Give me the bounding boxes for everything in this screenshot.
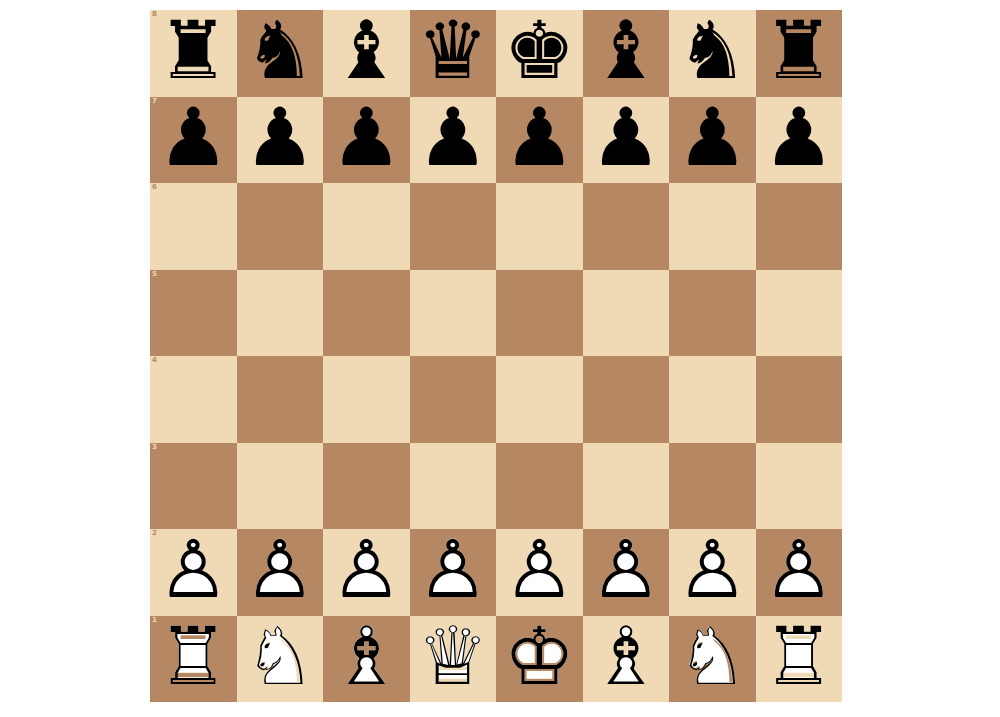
black-pawn-glyph: ♟ [330, 98, 402, 178]
piece-white-pawn[interactable]: ♟♙ [583, 529, 670, 616]
square-c6[interactable] [323, 183, 410, 270]
square-b3[interactable] [237, 443, 324, 530]
square-h3[interactable] [756, 443, 843, 530]
black-king-glyph: ♚ [503, 12, 575, 92]
square-g5[interactable] [669, 270, 756, 357]
square-h4[interactable] [756, 356, 843, 443]
piece-white-pawn[interactable]: ♟♙ [669, 529, 756, 616]
square-d5[interactable] [410, 270, 497, 357]
black-bishop-glyph: ♝ [590, 12, 662, 92]
square-f6[interactable] [583, 183, 670, 270]
piece-black-knight[interactable]: ♞ [669, 10, 756, 97]
black-knight-glyph: ♞ [244, 12, 316, 92]
piece-white-bishop[interactable]: ♝♗ [583, 616, 670, 703]
black-pawn-glyph: ♟ [590, 98, 662, 178]
square-a6[interactable]: 6 [150, 183, 237, 270]
piece-white-bishop[interactable]: ♝♗ [323, 616, 410, 703]
square-e7[interactable]: ♟ [496, 97, 583, 184]
square-h1[interactable]: ♜♖ [756, 616, 843, 703]
square-a3[interactable]: 3 [150, 443, 237, 530]
white-king-outline-glyph: ♔ [503, 617, 575, 697]
black-bishop-glyph: ♝ [330, 12, 402, 92]
piece-white-queen[interactable]: ♛♕ [410, 616, 497, 703]
piece-white-knight[interactable]: ♞♘ [669, 616, 756, 703]
square-e8[interactable]: ♚ [496, 10, 583, 97]
white-rook-outline-glyph: ♖ [763, 617, 835, 697]
piece-white-rook[interactable]: ♜♖ [756, 616, 843, 703]
white-knight-outline-glyph: ♘ [244, 617, 316, 697]
square-g6[interactable] [669, 183, 756, 270]
square-e3[interactable] [496, 443, 583, 530]
square-e4[interactable] [496, 356, 583, 443]
black-pawn-glyph: ♟ [503, 98, 575, 178]
piece-black-rook[interactable]: ♜ [150, 10, 237, 97]
white-bishop-outline-glyph: ♗ [590, 617, 662, 697]
square-h8[interactable]: ♜ [756, 10, 843, 97]
square-b6[interactable] [237, 183, 324, 270]
piece-black-pawn[interactable]: ♟ [756, 97, 843, 184]
black-pawn-glyph: ♟ [417, 98, 489, 178]
black-knight-glyph: ♞ [676, 12, 748, 92]
piece-black-pawn[interactable]: ♟ [410, 97, 497, 184]
square-h5[interactable] [756, 270, 843, 357]
piece-white-knight[interactable]: ♞♘ [237, 616, 324, 703]
white-queen-outline-glyph: ♕ [417, 617, 489, 697]
white-pawn-outline-glyph: ♙ [676, 531, 748, 611]
piece-black-pawn[interactable]: ♟ [583, 97, 670, 184]
rank-coordinate-6: 6 [152, 184, 157, 191]
piece-black-pawn[interactable]: ♟ [669, 97, 756, 184]
white-knight-outline-glyph: ♘ [676, 617, 748, 697]
square-d3[interactable] [410, 443, 497, 530]
square-g4[interactable] [669, 356, 756, 443]
square-a7[interactable]: 7♟ [150, 97, 237, 184]
square-f5[interactable] [583, 270, 670, 357]
rank-coordinate-3: 3 [152, 444, 157, 451]
square-d8[interactable]: ♛ [410, 10, 497, 97]
piece-white-king[interactable]: ♚♔ [496, 616, 583, 703]
black-rook-glyph: ♜ [157, 12, 229, 92]
square-g3[interactable] [669, 443, 756, 530]
white-rook-outline-glyph: ♖ [157, 617, 229, 697]
square-d4[interactable] [410, 356, 497, 443]
square-c4[interactable] [323, 356, 410, 443]
piece-black-queen[interactable]: ♛ [410, 10, 497, 97]
square-a8[interactable]: 8♜ [150, 10, 237, 97]
piece-black-pawn[interactable]: ♟ [496, 97, 583, 184]
square-f1[interactable]: ♝♗ [583, 616, 670, 703]
square-g2[interactable]: ♟♙ [669, 529, 756, 616]
piece-black-pawn[interactable]: ♟ [237, 97, 324, 184]
piece-black-pawn[interactable]: ♟ [323, 97, 410, 184]
piece-black-knight[interactable]: ♞ [237, 10, 324, 97]
square-c2[interactable]: ♟♙ [323, 529, 410, 616]
piece-white-pawn[interactable]: ♟♙ [323, 529, 410, 616]
black-queen-glyph: ♛ [417, 12, 489, 92]
square-c8[interactable]: ♝ [323, 10, 410, 97]
square-d6[interactable] [410, 183, 497, 270]
piece-black-pawn[interactable]: ♟ [150, 97, 237, 184]
white-pawn-outline-glyph: ♙ [157, 531, 229, 611]
white-bishop-outline-glyph: ♗ [330, 617, 402, 697]
square-f8[interactable]: ♝ [583, 10, 670, 97]
square-f2[interactable]: ♟♙ [583, 529, 670, 616]
white-pawn-outline-glyph: ♙ [330, 531, 402, 611]
square-a5[interactable]: 5 [150, 270, 237, 357]
square-f7[interactable]: ♟ [583, 97, 670, 184]
rank-coordinate-4: 4 [152, 357, 157, 364]
white-pawn-outline-glyph: ♙ [244, 531, 316, 611]
square-b4[interactable] [237, 356, 324, 443]
piece-white-pawn[interactable]: ♟♙ [496, 529, 583, 616]
square-d2[interactable]: ♟♙ [410, 529, 497, 616]
square-g8[interactable]: ♞ [669, 10, 756, 97]
square-h2[interactable]: ♟♙ [756, 529, 843, 616]
black-pawn-glyph: ♟ [676, 98, 748, 178]
white-pawn-outline-glyph: ♙ [417, 531, 489, 611]
page-background: 8♜♞♝♛♚♝♞♜7♟♟♟♟♟♟♟♟65432♟♙♟♙♟♙♟♙♟♙♟♙♟♙♟♙1… [0, 0, 1000, 717]
square-f3[interactable] [583, 443, 670, 530]
black-rook-glyph: ♜ [763, 12, 835, 92]
square-f4[interactable] [583, 356, 670, 443]
black-pawn-glyph: ♟ [763, 98, 835, 178]
piece-white-pawn[interactable]: ♟♙ [410, 529, 497, 616]
black-pawn-glyph: ♟ [157, 98, 229, 178]
square-c7[interactable]: ♟ [323, 97, 410, 184]
white-pawn-outline-glyph: ♙ [590, 531, 662, 611]
piece-black-bishop[interactable]: ♝ [323, 10, 410, 97]
square-c1[interactable]: ♝♗ [323, 616, 410, 703]
piece-black-rook[interactable]: ♜ [756, 10, 843, 97]
square-d7[interactable]: ♟ [410, 97, 497, 184]
square-g7[interactable]: ♟ [669, 97, 756, 184]
square-a4[interactable]: 4 [150, 356, 237, 443]
piece-black-king[interactable]: ♚ [496, 10, 583, 97]
white-pawn-outline-glyph: ♙ [763, 531, 835, 611]
piece-white-pawn[interactable]: ♟♙ [150, 529, 237, 616]
piece-white-rook[interactable]: ♜♖ [150, 616, 237, 703]
square-b5[interactable] [237, 270, 324, 357]
piece-white-pawn[interactable]: ♟♙ [237, 529, 324, 616]
piece-white-pawn[interactable]: ♟♙ [756, 529, 843, 616]
square-h6[interactable] [756, 183, 843, 270]
square-b2[interactable]: ♟♙ [237, 529, 324, 616]
square-a2[interactable]: 2♟♙ [150, 529, 237, 616]
black-pawn-glyph: ♟ [244, 98, 316, 178]
square-b1[interactable]: ♞♘ [237, 616, 324, 703]
rank-coordinate-5: 5 [152, 271, 157, 278]
square-d1[interactable]: ♛♕ [410, 616, 497, 703]
piece-black-bishop[interactable]: ♝ [583, 10, 670, 97]
square-c5[interactable] [323, 270, 410, 357]
chess-board: 8♜♞♝♛♚♝♞♜7♟♟♟♟♟♟♟♟65432♟♙♟♙♟♙♟♙♟♙♟♙♟♙♟♙1… [150, 10, 842, 702]
square-b8[interactable]: ♞ [237, 10, 324, 97]
square-e1[interactable]: ♚♔ [496, 616, 583, 703]
square-a1[interactable]: 1♜♖ [150, 616, 237, 703]
square-h7[interactable]: ♟ [756, 97, 843, 184]
square-e5[interactable] [496, 270, 583, 357]
square-e6[interactable] [496, 183, 583, 270]
square-b7[interactable]: ♟ [237, 97, 324, 184]
square-e2[interactable]: ♟♙ [496, 529, 583, 616]
square-c3[interactable] [323, 443, 410, 530]
white-pawn-outline-glyph: ♙ [503, 531, 575, 611]
square-g1[interactable]: ♞♘ [669, 616, 756, 703]
